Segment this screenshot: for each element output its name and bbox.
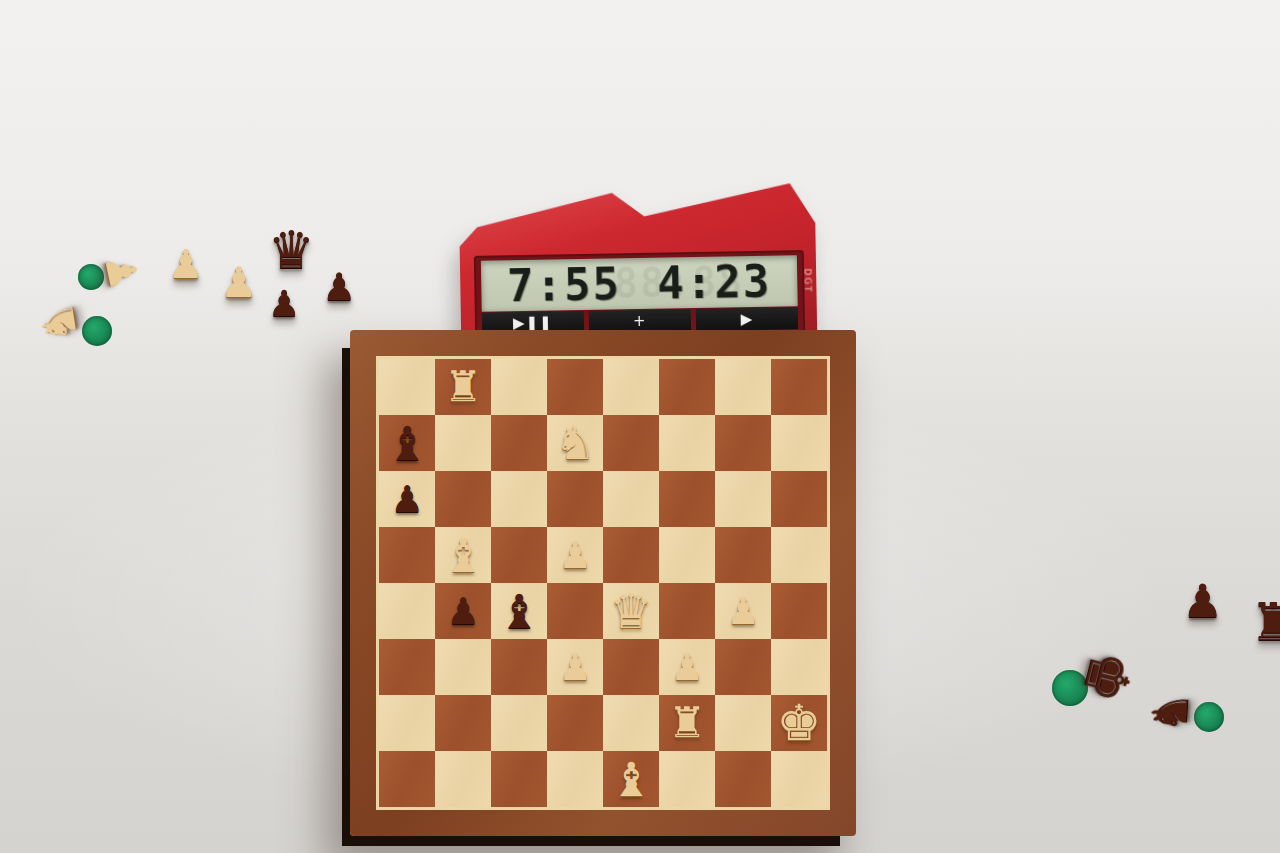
square-e2[interactable] bbox=[603, 695, 659, 751]
square-c1[interactable] bbox=[491, 751, 547, 807]
square-e5[interactable] bbox=[603, 527, 659, 583]
square-h4[interactable] bbox=[771, 583, 827, 639]
square-d2[interactable] bbox=[547, 695, 603, 751]
piece-white-bishop-b5[interactable]: ♝ bbox=[442, 532, 484, 579]
square-f4[interactable] bbox=[659, 583, 715, 639]
square-b3[interactable] bbox=[435, 639, 491, 695]
square-c7[interactable] bbox=[491, 415, 547, 471]
scene: { "game": "chess", "position": { "fen": … bbox=[0, 0, 1280, 853]
captured-white-pawn-standing[interactable]: ♟ bbox=[168, 244, 204, 284]
square-f6[interactable] bbox=[659, 471, 715, 527]
pawn-glyph: ♟ bbox=[268, 283, 300, 324]
piece-white-pawn-f3[interactable]: ♟ bbox=[670, 649, 703, 686]
square-h2[interactable]: ♚ bbox=[771, 695, 827, 751]
piece-white-rook-b8[interactable]: ♜ bbox=[444, 366, 482, 408]
piece-black-bishop-c4[interactable]: ♝ bbox=[498, 588, 540, 635]
clock-bezel: 7:55 88:88 4:23 ▶❚❚ + ▶ bbox=[474, 250, 805, 337]
clock-brand-label: DGT bbox=[803, 268, 813, 293]
square-h5[interactable] bbox=[771, 527, 827, 583]
knight-glyph: ♞ bbox=[33, 299, 85, 347]
captured-black-pawn-standing[interactable]: ♟ bbox=[322, 268, 356, 306]
chess-board: ♜♝♞♟♝♟♟♝♛♟♟♟♜♚♝ bbox=[379, 359, 827, 807]
felt-base bbox=[1194, 702, 1224, 732]
square-b5[interactable]: ♝ bbox=[435, 527, 491, 583]
pawn-glyph: ♟ bbox=[168, 241, 204, 287]
square-g2[interactable] bbox=[715, 695, 771, 751]
pawn-glyph: ♟ bbox=[1182, 574, 1223, 628]
square-f7[interactable] bbox=[659, 415, 715, 471]
square-b1[interactable] bbox=[435, 751, 491, 807]
square-c6[interactable] bbox=[491, 471, 547, 527]
square-a6[interactable]: ♟ bbox=[379, 471, 435, 527]
square-h8[interactable] bbox=[771, 359, 827, 415]
square-a7[interactable]: ♝ bbox=[379, 415, 435, 471]
square-f1[interactable] bbox=[659, 751, 715, 807]
captured-black-queen-standing[interactable]: ♛ bbox=[268, 224, 315, 276]
square-b2[interactable] bbox=[435, 695, 491, 751]
piece-black-pawn-b4[interactable]: ♟ bbox=[446, 593, 479, 630]
square-d1[interactable] bbox=[547, 751, 603, 807]
chess-clock: 7:55 88:88 4:23 ▶❚❚ + ▶ DGT bbox=[459, 183, 818, 349]
square-d8[interactable] bbox=[547, 359, 603, 415]
square-h3[interactable] bbox=[771, 639, 827, 695]
plus-button[interactable]: + bbox=[589, 309, 691, 332]
square-a4[interactable] bbox=[379, 583, 435, 639]
piece-white-rook-f2[interactable]: ♜ bbox=[668, 702, 706, 744]
rook-glyph: ♜ bbox=[1250, 592, 1280, 652]
frame-inlay-line: ♜♝♞♟♝♟♟♝♛♟♟♟♜♚♝ bbox=[376, 356, 830, 810]
clock-ghost-segments: 88:88 bbox=[613, 259, 744, 307]
piece-black-pawn-a6[interactable]: ♟ bbox=[390, 481, 423, 518]
square-c3[interactable] bbox=[491, 639, 547, 695]
piece-white-pawn-g4[interactable]: ♟ bbox=[726, 593, 759, 630]
square-d7[interactable]: ♞ bbox=[547, 415, 603, 471]
piece-white-king-h2[interactable]: ♚ bbox=[777, 698, 822, 748]
square-e3[interactable] bbox=[603, 639, 659, 695]
piece-white-bishop-e1[interactable]: ♝ bbox=[610, 756, 652, 803]
square-g8[interactable] bbox=[715, 359, 771, 415]
square-b8[interactable]: ♜ bbox=[435, 359, 491, 415]
captured-black-pawn-standing[interactable]: ♟ bbox=[268, 286, 300, 322]
square-g4[interactable]: ♟ bbox=[715, 583, 771, 639]
square-c5[interactable] bbox=[491, 527, 547, 583]
square-c8[interactable] bbox=[491, 359, 547, 415]
queen-glyph: ♛ bbox=[268, 220, 315, 280]
square-d6[interactable] bbox=[547, 471, 603, 527]
square-b7[interactable] bbox=[435, 415, 491, 471]
piece-black-bishop-a7[interactable]: ♝ bbox=[386, 420, 428, 467]
pawn-glyph: ♟ bbox=[322, 265, 356, 309]
square-f5[interactable] bbox=[659, 527, 715, 583]
square-e6[interactable] bbox=[603, 471, 659, 527]
piece-white-knight-d7[interactable]: ♞ bbox=[554, 420, 595, 466]
square-d5[interactable]: ♟ bbox=[547, 527, 603, 583]
square-e4[interactable]: ♛ bbox=[603, 583, 659, 639]
square-c4[interactable]: ♝ bbox=[491, 583, 547, 639]
square-d4[interactable] bbox=[547, 583, 603, 639]
square-a2[interactable] bbox=[379, 695, 435, 751]
square-b6[interactable] bbox=[435, 471, 491, 527]
square-a1[interactable] bbox=[379, 751, 435, 807]
square-g6[interactable] bbox=[715, 471, 771, 527]
square-h1[interactable] bbox=[771, 751, 827, 807]
clock-lcd: 7:55 88:88 4:23 bbox=[481, 255, 798, 311]
square-h6[interactable] bbox=[771, 471, 827, 527]
captured-black-rook-standing[interactable]: ♜ bbox=[1250, 596, 1280, 648]
square-g1[interactable] bbox=[715, 751, 771, 807]
square-b4[interactable]: ♟ bbox=[435, 583, 491, 639]
captured-black-knight-fallen[interactable]: ♞ bbox=[1148, 688, 1191, 736]
captured-white-pawn-standing[interactable]: ♟ bbox=[220, 262, 258, 304]
square-a5[interactable] bbox=[379, 527, 435, 583]
square-c2[interactable] bbox=[491, 695, 547, 751]
knight-glyph: ♞ bbox=[1144, 689, 1195, 735]
captured-black-king-fallen[interactable]: ♚ bbox=[1082, 648, 1134, 706]
square-h7[interactable] bbox=[771, 415, 827, 471]
square-f3[interactable]: ♟ bbox=[659, 639, 715, 695]
square-d3[interactable]: ♟ bbox=[547, 639, 603, 695]
square-g5[interactable] bbox=[715, 527, 771, 583]
captured-white-knight-fallen[interactable]: ♞ bbox=[38, 300, 79, 346]
piece-white-pawn-d3[interactable]: ♟ bbox=[558, 649, 591, 686]
square-a3[interactable] bbox=[379, 639, 435, 695]
captured-black-pawn-standing[interactable]: ♟ bbox=[1182, 578, 1223, 624]
pawn-glyph: ♟ bbox=[99, 250, 146, 293]
pawn-glyph: ♟ bbox=[220, 258, 258, 307]
square-a8[interactable] bbox=[379, 359, 435, 415]
square-g3[interactable] bbox=[715, 639, 771, 695]
square-f2[interactable]: ♜ bbox=[659, 695, 715, 751]
captured-white-pawn-fallen[interactable]: ♟ bbox=[104, 252, 140, 292]
square-g7[interactable] bbox=[715, 415, 771, 471]
square-e1[interactable]: ♝ bbox=[603, 751, 659, 807]
play-button[interactable]: ▶ bbox=[696, 308, 798, 331]
square-e8[interactable] bbox=[603, 359, 659, 415]
board-frame: ♜♝♞♟♝♟♟♝♛♟♟♟♜♚♝ bbox=[350, 330, 856, 836]
clock-time-left: 7:55 bbox=[507, 258, 622, 311]
square-f8[interactable] bbox=[659, 359, 715, 415]
king-glyph: ♚ bbox=[1074, 645, 1143, 709]
piece-white-pawn-d5[interactable]: ♟ bbox=[558, 537, 591, 574]
piece-white-queen-e4[interactable]: ♛ bbox=[609, 587, 652, 635]
square-e7[interactable] bbox=[603, 415, 659, 471]
